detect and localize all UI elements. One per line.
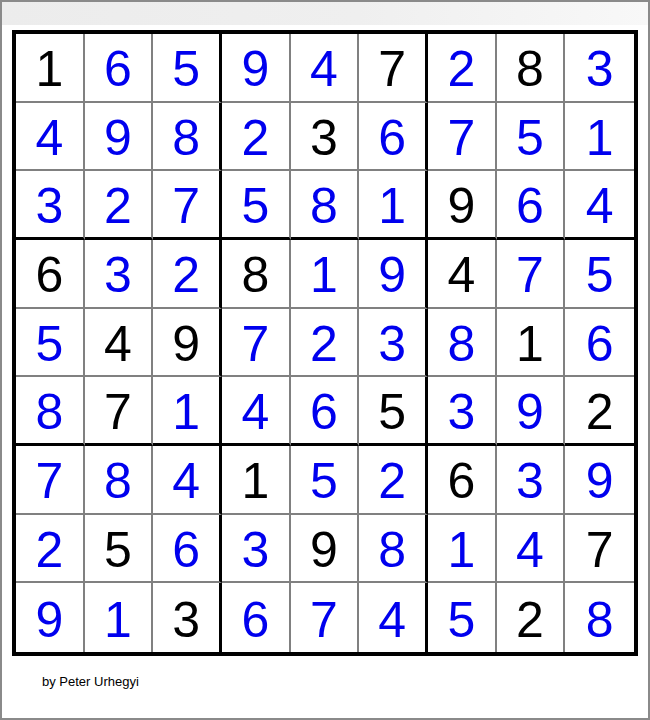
cell-r1c9[interactable]: 3 [565, 34, 634, 103]
cell-r7c4[interactable]: 1 [222, 446, 291, 515]
cell-r2c8[interactable]: 5 [497, 103, 566, 172]
cell-r1c6[interactable]: 7 [359, 34, 428, 103]
cell-r8c4[interactable]: 3 [222, 515, 291, 584]
cell-r2c5[interactable]: 3 [291, 103, 360, 172]
cell-r9c1[interactable]: 9 [16, 583, 85, 652]
cell-r4c2[interactable]: 3 [85, 240, 154, 309]
cell-r6c9[interactable]: 2 [565, 377, 634, 446]
cell-r6c5[interactable]: 6 [291, 377, 360, 446]
cell-r8c3[interactable]: 6 [153, 515, 222, 584]
cell-r9c5[interactable]: 7 [291, 583, 360, 652]
cell-r5c2[interactable]: 4 [85, 309, 154, 378]
cell-r1c5[interactable]: 4 [291, 34, 360, 103]
cell-r3c6[interactable]: 1 [359, 171, 428, 240]
cell-r8c5[interactable]: 9 [291, 515, 360, 584]
cell-r7c6[interactable]: 2 [359, 446, 428, 515]
cell-r5c4[interactable]: 7 [222, 309, 291, 378]
cell-r4c9[interactable]: 5 [565, 240, 634, 309]
cell-r9c2[interactable]: 1 [85, 583, 154, 652]
cell-r2c6[interactable]: 6 [359, 103, 428, 172]
cell-r7c1[interactable]: 7 [16, 446, 85, 515]
cell-r6c1[interactable]: 8 [16, 377, 85, 446]
cell-r7c7[interactable]: 6 [428, 446, 497, 515]
cell-r2c4[interactable]: 2 [222, 103, 291, 172]
cell-r5c1[interactable]: 5 [16, 309, 85, 378]
cell-r6c2[interactable]: 7 [85, 377, 154, 446]
cell-r6c3[interactable]: 1 [153, 377, 222, 446]
cell-r7c9[interactable]: 9 [565, 446, 634, 515]
cell-r5c3[interactable]: 9 [153, 309, 222, 378]
cell-r4c5[interactable]: 1 [291, 240, 360, 309]
sudoku-page: 1659472834982367513275819646328194755497… [0, 0, 650, 720]
cell-r1c7[interactable]: 2 [428, 34, 497, 103]
cell-r5c5[interactable]: 2 [291, 309, 360, 378]
cell-r6c6[interactable]: 5 [359, 377, 428, 446]
cell-r4c7[interactable]: 4 [428, 240, 497, 309]
cell-r3c1[interactable]: 3 [16, 171, 85, 240]
cell-r1c4[interactable]: 9 [222, 34, 291, 103]
cell-r2c3[interactable]: 8 [153, 103, 222, 172]
cell-r2c1[interactable]: 4 [16, 103, 85, 172]
cell-r3c7[interactable]: 9 [428, 171, 497, 240]
cell-r5c7[interactable]: 8 [428, 309, 497, 378]
cell-r5c6[interactable]: 3 [359, 309, 428, 378]
cell-r6c4[interactable]: 4 [222, 377, 291, 446]
cell-r3c9[interactable]: 4 [565, 171, 634, 240]
cell-r4c4[interactable]: 8 [222, 240, 291, 309]
top-bar [2, 2, 648, 25]
cell-r7c2[interactable]: 8 [85, 446, 154, 515]
cell-r6c7[interactable]: 3 [428, 377, 497, 446]
cell-r7c8[interactable]: 3 [497, 446, 566, 515]
cell-r7c5[interactable]: 5 [291, 446, 360, 515]
cell-r3c4[interactable]: 5 [222, 171, 291, 240]
cell-r8c6[interactable]: 8 [359, 515, 428, 584]
author-credit: by Peter Urhegyi [42, 674, 139, 689]
cell-r8c1[interactable]: 2 [16, 515, 85, 584]
cell-r1c3[interactable]: 5 [153, 34, 222, 103]
cell-r9c3[interactable]: 3 [153, 583, 222, 652]
cell-r4c3[interactable]: 2 [153, 240, 222, 309]
cell-r8c8[interactable]: 4 [497, 515, 566, 584]
cell-r1c1[interactable]: 1 [16, 34, 85, 103]
cell-r3c5[interactable]: 8 [291, 171, 360, 240]
sudoku-grid: 1659472834982367513275819646328194755497… [12, 30, 638, 656]
cell-r8c9[interactable]: 7 [565, 515, 634, 584]
cell-r3c3[interactable]: 7 [153, 171, 222, 240]
cell-r9c7[interactable]: 5 [428, 583, 497, 652]
cell-r5c9[interactable]: 6 [565, 309, 634, 378]
cell-r2c2[interactable]: 9 [85, 103, 154, 172]
cell-r9c9[interactable]: 8 [565, 583, 634, 652]
cell-r4c8[interactable]: 7 [497, 240, 566, 309]
cell-r8c7[interactable]: 1 [428, 515, 497, 584]
cell-r2c9[interactable]: 1 [565, 103, 634, 172]
cell-r2c7[interactable]: 7 [428, 103, 497, 172]
cell-r3c8[interactable]: 6 [497, 171, 566, 240]
cell-r9c8[interactable]: 2 [497, 583, 566, 652]
cell-r8c2[interactable]: 5 [85, 515, 154, 584]
cell-r7c3[interactable]: 4 [153, 446, 222, 515]
cell-r4c1[interactable]: 6 [16, 240, 85, 309]
cell-r1c8[interactable]: 8 [497, 34, 566, 103]
cell-r5c8[interactable]: 1 [497, 309, 566, 378]
cell-r3c2[interactable]: 2 [85, 171, 154, 240]
cell-r1c2[interactable]: 6 [85, 34, 154, 103]
cell-r9c4[interactable]: 6 [222, 583, 291, 652]
cell-r9c6[interactable]: 4 [359, 583, 428, 652]
cell-r4c6[interactable]: 9 [359, 240, 428, 309]
cell-r6c8[interactable]: 9 [497, 377, 566, 446]
